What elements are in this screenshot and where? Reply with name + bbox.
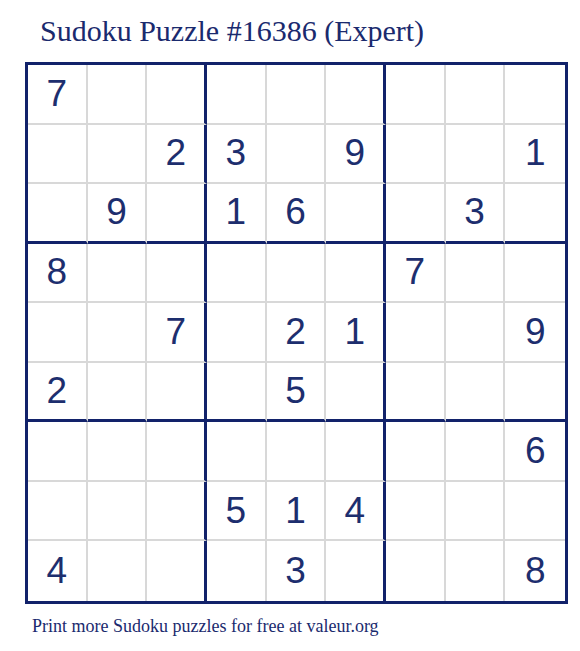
sudoku-cell-r9c3[interactable]: [147, 541, 207, 601]
sudoku-cell-r2c7[interactable]: [386, 125, 446, 185]
sudoku-cell-r8c8[interactable]: [446, 482, 506, 542]
sudoku-cell-r2c8[interactable]: [446, 125, 506, 185]
sudoku-cell-r7c2[interactable]: [88, 422, 148, 482]
sudoku-cell-r9c4[interactable]: [207, 541, 267, 601]
sudoku-cell-r6c9[interactable]: [505, 363, 565, 423]
sudoku-cell-r7c5[interactable]: [267, 422, 327, 482]
sudoku-cell-r6c6[interactable]: [326, 363, 386, 423]
sudoku-cell-r4c3[interactable]: [147, 244, 207, 304]
sudoku-cell-r8c7[interactable]: [386, 482, 446, 542]
sudoku-cell-r8c2[interactable]: [88, 482, 148, 542]
sudoku-cell-r9c5[interactable]: 3: [267, 541, 327, 601]
sudoku-cell-r1c9[interactable]: [505, 65, 565, 125]
sudoku-cell-r6c5[interactable]: 5: [267, 363, 327, 423]
sudoku-cell-r4c9[interactable]: [505, 244, 565, 304]
sudoku-cell-r5c3[interactable]: 7: [147, 303, 207, 363]
sudoku-cell-r2c4[interactable]: 3: [207, 125, 267, 185]
sudoku-cell-r8c5[interactable]: 1: [267, 482, 327, 542]
sudoku-cell-r2c9[interactable]: 1: [505, 125, 565, 185]
sudoku-cell-r6c4[interactable]: [207, 363, 267, 423]
sudoku-cell-r8c6[interactable]: 4: [326, 482, 386, 542]
sudoku-cell-r3c1[interactable]: [28, 184, 88, 244]
sudoku-cell-r4c1[interactable]: 8: [28, 244, 88, 304]
sudoku-cell-r3c3[interactable]: [147, 184, 207, 244]
sudoku-cell-r9c6[interactable]: [326, 541, 386, 601]
sudoku-cell-r1c1[interactable]: 7: [28, 65, 88, 125]
footer-text: Print more Sudoku puzzles for free at va…: [32, 616, 379, 637]
sudoku-cell-r3c2[interactable]: 9: [88, 184, 148, 244]
sudoku-cell-r4c4[interactable]: [207, 244, 267, 304]
sudoku-cell-r3c4[interactable]: 1: [207, 184, 267, 244]
sudoku-cell-r1c5[interactable]: [267, 65, 327, 125]
sudoku-cell-r2c5[interactable]: [267, 125, 327, 185]
sudoku-cell-r5c1[interactable]: [28, 303, 88, 363]
sudoku-cell-r8c1[interactable]: [28, 482, 88, 542]
sudoku-cell-r7c9[interactable]: 6: [505, 422, 565, 482]
sudoku-cell-r8c4[interactable]: 5: [207, 482, 267, 542]
sudoku-cell-r3c6[interactable]: [326, 184, 386, 244]
sudoku-cell-r9c9[interactable]: 8: [505, 541, 565, 601]
sudoku-grid: 723919163877219256514438: [25, 62, 568, 604]
sudoku-cell-r6c3[interactable]: [147, 363, 207, 423]
sudoku-cell-r3c9[interactable]: [505, 184, 565, 244]
sudoku-cell-r3c7[interactable]: [386, 184, 446, 244]
sudoku-cell-r7c1[interactable]: [28, 422, 88, 482]
sudoku-cell-r4c6[interactable]: [326, 244, 386, 304]
sudoku-cell-r1c8[interactable]: [446, 65, 506, 125]
sudoku-cell-r7c6[interactable]: [326, 422, 386, 482]
sudoku-cell-r5c4[interactable]: [207, 303, 267, 363]
sudoku-cell-r9c8[interactable]: [446, 541, 506, 601]
sudoku-cell-r4c7[interactable]: 7: [386, 244, 446, 304]
sudoku-cell-r2c2[interactable]: [88, 125, 148, 185]
sudoku-cell-r1c4[interactable]: [207, 65, 267, 125]
sudoku-cell-r1c7[interactable]: [386, 65, 446, 125]
sudoku-cell-r3c8[interactable]: 3: [446, 184, 506, 244]
sudoku-cell-r9c2[interactable]: [88, 541, 148, 601]
sudoku-cell-r2c6[interactable]: 9: [326, 125, 386, 185]
sudoku-cell-r9c7[interactable]: [386, 541, 446, 601]
sudoku-cell-r1c6[interactable]: [326, 65, 386, 125]
sudoku-cell-r5c2[interactable]: [88, 303, 148, 363]
sudoku-cell-r8c9[interactable]: [505, 482, 565, 542]
sudoku-cell-r1c2[interactable]: [88, 65, 148, 125]
sudoku-cell-r5c9[interactable]: 9: [505, 303, 565, 363]
sudoku-cell-r6c2[interactable]: [88, 363, 148, 423]
sudoku-cell-r4c5[interactable]: [267, 244, 327, 304]
sudoku-cell-r7c3[interactable]: [147, 422, 207, 482]
sudoku-cell-r7c4[interactable]: [207, 422, 267, 482]
sudoku-cell-r1c3[interactable]: [147, 65, 207, 125]
sudoku-cell-r5c5[interactable]: 2: [267, 303, 327, 363]
sudoku-cell-r6c1[interactable]: 2: [28, 363, 88, 423]
sudoku-cell-r6c7[interactable]: [386, 363, 446, 423]
sudoku-cell-r2c3[interactable]: 2: [147, 125, 207, 185]
sudoku-cell-r4c2[interactable]: [88, 244, 148, 304]
sudoku-cell-r5c7[interactable]: [386, 303, 446, 363]
sudoku-cell-r3c5[interactable]: 6: [267, 184, 327, 244]
sudoku-cell-r8c3[interactable]: [147, 482, 207, 542]
page-title: Sudoku Puzzle #16386 (Expert): [40, 14, 424, 48]
sudoku-cell-r6c8[interactable]: [446, 363, 506, 423]
sudoku-cell-r2c1[interactable]: [28, 125, 88, 185]
sudoku-cell-r9c1[interactable]: 4: [28, 541, 88, 601]
sudoku-cell-r5c6[interactable]: 1: [326, 303, 386, 363]
sudoku-cell-r5c8[interactable]: [446, 303, 506, 363]
sudoku-cell-r4c8[interactable]: [446, 244, 506, 304]
sudoku-cell-r7c7[interactable]: [386, 422, 446, 482]
sudoku-cell-r7c8[interactable]: [446, 422, 506, 482]
